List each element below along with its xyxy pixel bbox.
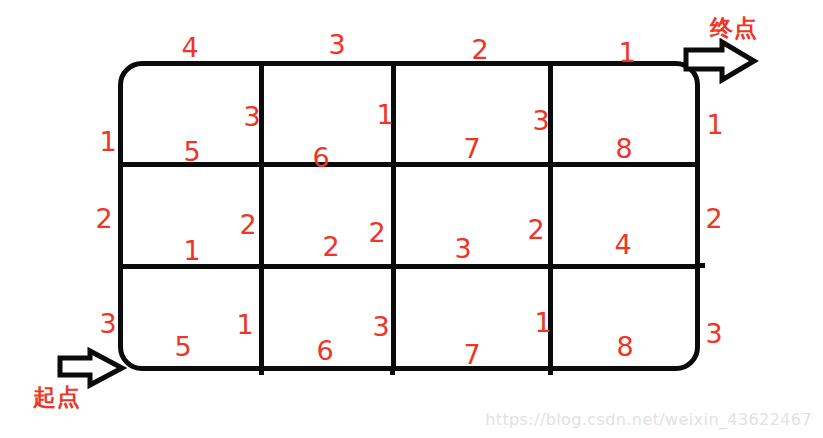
edge-left-r1: 1 bbox=[99, 128, 116, 155]
edge-h2-c3: 7 bbox=[463, 135, 480, 162]
edge-h4-c2: 6 bbox=[316, 337, 333, 364]
grid-board bbox=[118, 61, 700, 371]
edge-v1-r3: 1 bbox=[236, 311, 253, 338]
line-overshoot bbox=[548, 368, 553, 375]
edge-h3-c1: 1 bbox=[183, 237, 200, 264]
edge-v2-r1: 1 bbox=[376, 101, 393, 128]
edge-right-r3: 3 bbox=[705, 320, 722, 347]
edge-v1-r1: 3 bbox=[243, 103, 260, 130]
line-overshoot bbox=[259, 368, 264, 375]
edge-right-r1: 1 bbox=[706, 111, 723, 138]
edge-v1-r2: 2 bbox=[239, 211, 256, 238]
edge-top-c1: 4 bbox=[181, 34, 198, 61]
edge-h2-c4: 8 bbox=[615, 135, 632, 162]
puzzle-diagram: 4321123123321123321567812345678终点起点 http… bbox=[0, 0, 823, 438]
edge-right-r2: 2 bbox=[705, 205, 722, 232]
edge-h4-c3: 7 bbox=[463, 341, 480, 368]
end-label: 终点 bbox=[710, 17, 758, 40]
edge-h3-c3: 3 bbox=[454, 235, 471, 262]
edge-left-r3: 3 bbox=[99, 310, 116, 337]
start-label: 起点 bbox=[33, 386, 81, 409]
edge-top-c3: 2 bbox=[471, 36, 488, 63]
edge-h3-c4: 4 bbox=[614, 231, 631, 258]
watermark-text: https://blog.csdn.net/weixin_43622467 bbox=[485, 410, 812, 429]
line-overshoot bbox=[390, 368, 395, 375]
line-overshoot bbox=[697, 263, 705, 268]
edge-h4-c4: 8 bbox=[616, 333, 633, 360]
edge-h2-c2: 6 bbox=[312, 144, 329, 171]
edge-top-c2: 3 bbox=[328, 31, 345, 58]
edge-v3-r1: 3 bbox=[532, 107, 549, 134]
edge-v2-r2: 2 bbox=[368, 219, 385, 246]
edge-h2-c1: 5 bbox=[183, 138, 200, 165]
end-arrow-icon bbox=[682, 38, 762, 84]
edge-v2-r3: 3 bbox=[372, 313, 389, 340]
edge-top-c4: 1 bbox=[618, 39, 635, 66]
edge-v3-r2: 2 bbox=[527, 216, 544, 243]
edge-h3-c2: 2 bbox=[322, 233, 339, 260]
edge-h4-c1: 5 bbox=[174, 333, 191, 360]
edge-left-r2: 2 bbox=[95, 205, 112, 232]
edge-v3-r3: 1 bbox=[534, 309, 551, 336]
